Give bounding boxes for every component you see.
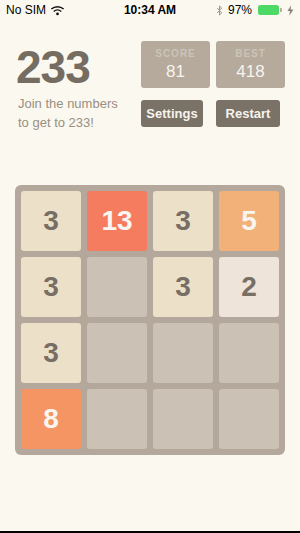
- best-value: 418: [216, 62, 285, 82]
- tile-3-r2c1: 3: [21, 257, 81, 317]
- tile-5-r1c4: 5: [219, 191, 279, 251]
- clock: 10:34 AM: [0, 3, 300, 17]
- tile-3-r1c3: 3: [153, 191, 213, 251]
- tile-3-r3c1: 3: [21, 323, 81, 383]
- score-box: SCORE 81: [141, 41, 210, 88]
- best-box: BEST 418: [216, 41, 285, 88]
- settings-button[interactable]: Settings: [141, 100, 203, 127]
- game-instructions: Join the numbers to get to 233!: [18, 94, 118, 132]
- empty-cell-r3c3: [153, 323, 213, 383]
- empty-cell-r4c4: [219, 389, 279, 449]
- tile-2-r2c4: 2: [219, 257, 279, 317]
- tile-3-r1c1: 3: [21, 191, 81, 251]
- restart-button[interactable]: Restart: [216, 100, 280, 127]
- empty-cell-r2c2: [87, 257, 147, 317]
- battery-icon: [258, 5, 279, 15]
- empty-cell-r3c2: [87, 323, 147, 383]
- empty-cell-r3c4: [219, 323, 279, 383]
- tile-8-r4c1: 8: [21, 389, 81, 449]
- status-bar: No SIM 10:34 AM 97%: [0, 0, 300, 20]
- app-screen: No SIM 10:34 AM 97%: [0, 0, 300, 533]
- empty-cell-r4c2: [87, 389, 147, 449]
- tile-13-r1c2: 13: [87, 191, 147, 251]
- score-value: 81: [141, 62, 210, 82]
- game-board[interactable]: 3133533238: [15, 185, 285, 455]
- page-title: 233: [16, 40, 90, 94]
- score-label: SCORE: [141, 48, 210, 59]
- tile-3-r2c3: 3: [153, 257, 213, 317]
- empty-cell-r4c3: [153, 389, 213, 449]
- best-label: BEST: [216, 48, 285, 59]
